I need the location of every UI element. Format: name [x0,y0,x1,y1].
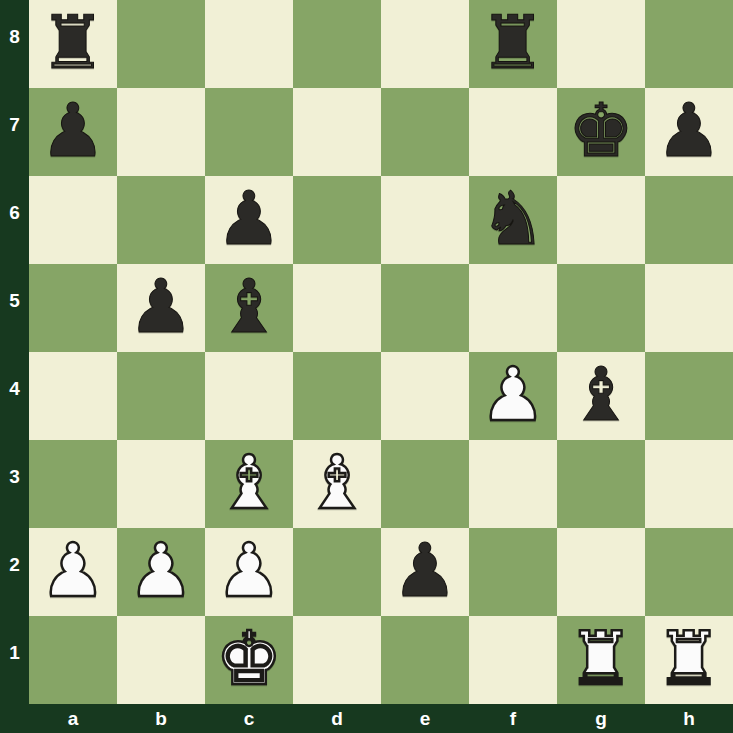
square-a7[interactable]: ♟ [29,88,117,176]
square-c7[interactable] [205,88,293,176]
square-b3[interactable] [117,440,205,528]
square-f3[interactable] [469,440,557,528]
square-e5[interactable] [381,264,469,352]
file-label-e: e [381,704,469,733]
black-king-g7[interactable]: ♚ [568,86,634,174]
white-bishop-c3[interactable]: ♝ [216,438,282,526]
square-h2[interactable] [645,528,733,616]
square-e6[interactable] [381,176,469,264]
square-b1[interactable] [117,616,205,704]
file-label-a: a [29,704,117,733]
file-label-f: f [469,704,557,733]
square-c1[interactable]: ♚ [205,616,293,704]
square-f7[interactable] [469,88,557,176]
square-d5[interactable] [293,264,381,352]
white-king-c1[interactable]: ♚ [216,614,282,702]
black-pawn-e2[interactable]: ♟ [392,526,458,614]
square-e1[interactable] [381,616,469,704]
square-b5[interactable]: ♟ [117,264,205,352]
square-b6[interactable] [117,176,205,264]
square-f6[interactable]: ♞ [469,176,557,264]
file-label-h: h [645,704,733,733]
square-a4[interactable] [29,352,117,440]
square-a1[interactable] [29,616,117,704]
square-d3[interactable]: ♝ [293,440,381,528]
square-g6[interactable] [557,176,645,264]
white-pawn-b2[interactable]: ♟ [128,526,194,614]
black-pawn-h7[interactable]: ♟ [656,86,722,174]
square-f5[interactable] [469,264,557,352]
square-h4[interactable] [645,352,733,440]
white-pawn-c2[interactable]: ♟ [216,526,282,614]
square-g8[interactable] [557,0,645,88]
square-f4[interactable]: ♟ [469,352,557,440]
square-e7[interactable] [381,88,469,176]
square-d6[interactable] [293,176,381,264]
rank-label-5: 5 [0,264,29,352]
file-label-d: d [293,704,381,733]
file-label-b: b [117,704,205,733]
rank-label-4: 4 [0,352,29,440]
black-pawn-a7[interactable]: ♟ [40,86,106,174]
black-pawn-c6[interactable]: ♟ [216,174,282,262]
rank-label-8: 8 [0,0,29,88]
square-e3[interactable] [381,440,469,528]
square-c8[interactable] [205,0,293,88]
square-d1[interactable] [293,616,381,704]
square-h1[interactable]: ♜ [645,616,733,704]
square-h5[interactable] [645,264,733,352]
square-c6[interactable]: ♟ [205,176,293,264]
black-rook-a8[interactable]: ♜ [40,0,106,86]
rank-label-3: 3 [0,440,29,528]
square-b7[interactable] [117,88,205,176]
rank-label-2: 2 [0,528,29,616]
file-label-g: g [557,704,645,733]
rank-label-1: 1 [0,616,29,704]
rank-label-6: 6 [0,176,29,264]
white-bishop-d3[interactable]: ♝ [304,438,370,526]
square-h6[interactable] [645,176,733,264]
square-h8[interactable] [645,0,733,88]
square-g2[interactable] [557,528,645,616]
square-f2[interactable] [469,528,557,616]
square-g1[interactable]: ♜ [557,616,645,704]
square-e4[interactable] [381,352,469,440]
square-c4[interactable] [205,352,293,440]
square-b4[interactable] [117,352,205,440]
square-h7[interactable]: ♟ [645,88,733,176]
white-rook-h1[interactable]: ♜ [656,614,722,702]
black-bishop-c5[interactable]: ♝ [216,262,282,350]
square-d2[interactable] [293,528,381,616]
square-b2[interactable]: ♟ [117,528,205,616]
white-pawn-f4[interactable]: ♟ [480,350,546,438]
square-a5[interactable] [29,264,117,352]
square-d8[interactable] [293,0,381,88]
black-knight-f6[interactable]: ♞ [480,174,546,262]
square-c5[interactable]: ♝ [205,264,293,352]
square-g7[interactable]: ♚ [557,88,645,176]
white-pawn-a2[interactable]: ♟ [40,526,106,614]
file-labels: abcdefgh [29,704,733,733]
file-label-c: c [205,704,293,733]
chessboard-container: 87654321 ♜♜♟♚♟♟♞♟♝♟♝♝♝♟♟♟♟♚♜♜ abcdefgh [0,0,733,733]
white-rook-g1[interactable]: ♜ [568,614,634,702]
square-f8[interactable]: ♜ [469,0,557,88]
square-h3[interactable] [645,440,733,528]
square-g3[interactable] [557,440,645,528]
rank-label-7: 7 [0,88,29,176]
square-e8[interactable] [381,0,469,88]
square-c2[interactable]: ♟ [205,528,293,616]
square-a6[interactable] [29,176,117,264]
black-pawn-b5[interactable]: ♟ [128,262,194,350]
square-a3[interactable] [29,440,117,528]
square-d4[interactable] [293,352,381,440]
square-g4[interactable]: ♝ [557,352,645,440]
square-d7[interactable] [293,88,381,176]
square-c3[interactable]: ♝ [205,440,293,528]
black-rook-f8[interactable]: ♜ [480,0,546,86]
square-f1[interactable] [469,616,557,704]
board: ♜♜♟♚♟♟♞♟♝♟♝♝♝♟♟♟♟♚♜♜ [29,0,733,704]
square-a2[interactable]: ♟ [29,528,117,616]
square-g5[interactable] [557,264,645,352]
black-bishop-g4[interactable]: ♝ [568,350,634,438]
square-e2[interactable]: ♟ [381,528,469,616]
square-a8[interactable]: ♜ [29,0,117,88]
rank-labels: 87654321 [0,0,29,704]
square-b8[interactable] [117,0,205,88]
